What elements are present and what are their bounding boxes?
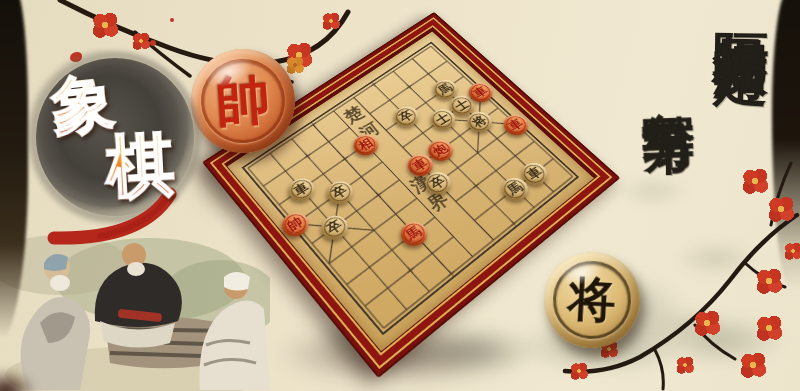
plum-blossom	[322, 12, 340, 30]
slogan-right-column: 楚河汉界相隔	[704, 3, 780, 4]
plum-blossom	[694, 310, 720, 336]
ink-brush-stroke-right	[772, 0, 800, 290]
logo-char-qi: 棋	[104, 130, 175, 201]
bamboo-ink-wash	[590, 110, 800, 380]
plum-blossom	[740, 352, 766, 378]
ink-splatter	[150, 40, 156, 46]
plum-blossom	[756, 315, 782, 341]
plum-blossom	[676, 356, 694, 374]
plum-blossom	[756, 268, 782, 294]
plum-blossom	[742, 168, 768, 194]
plum-blossom	[92, 12, 118, 38]
game-logo: 象 棋	[30, 52, 206, 262]
ink-splatter	[170, 18, 174, 22]
corner-vignette	[0, 348, 58, 391]
plum-blossom	[132, 32, 150, 50]
plum-blossom	[286, 42, 312, 68]
xiangqi-splash-banner: 楚河 漢界 馬士士将卒車馬卒卒車卒車車炮車相馬帥 帥 将 象 棋 楚河汉界相隔 …	[0, 0, 800, 391]
slogan-left-column: 万马千军纷争	[632, 85, 702, 87]
plum-blossom	[570, 362, 588, 380]
plum-blossom-orange	[286, 56, 304, 74]
